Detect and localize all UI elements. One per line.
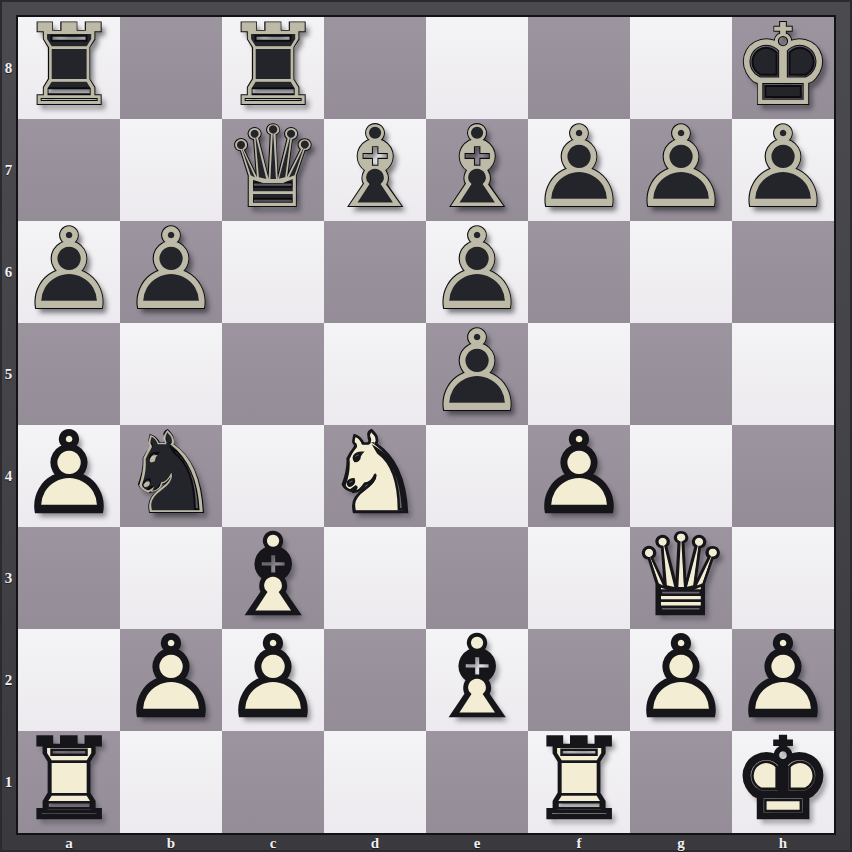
rank-label-8: 8: [0, 17, 17, 119]
piece-outline-glyph: ♗: [426, 626, 528, 728]
piece-black-pawn-g7[interactable]: ♟♙: [630, 119, 732, 221]
square-g2[interactable]: ♟♙: [630, 629, 732, 731]
square-d6[interactable]: [324, 221, 426, 323]
square-c5[interactable]: [222, 323, 324, 425]
piece-white-pawn-a4[interactable]: ♟♙: [18, 425, 120, 527]
piece-white-bishop-e2[interactable]: ♝♗: [426, 629, 528, 731]
square-a3[interactable]: [18, 527, 120, 629]
rank-label-4: 4: [0, 425, 17, 527]
file-label-b: b: [120, 834, 222, 852]
square-f7[interactable]: ♟♙: [528, 119, 630, 221]
piece-black-bishop-d7[interactable]: ♝♗: [324, 119, 426, 221]
square-d1[interactable]: [324, 731, 426, 833]
square-c6[interactable]: [222, 221, 324, 323]
square-b6[interactable]: ♟♙: [120, 221, 222, 323]
square-h6[interactable]: [732, 221, 834, 323]
square-a8[interactable]: ♜♖: [18, 17, 120, 119]
piece-outline-glyph: ♖: [18, 14, 120, 116]
square-b8[interactable]: [120, 17, 222, 119]
chess-board-frame: ♜♖♜♖♚♔♛♕♝♗♝♗♟♙♟♙♟♙♟♙♟♙♟♙♟♙♟♙♞♘♞♘♟♙♝♗♛♕♟♙…: [0, 0, 852, 852]
square-f4[interactable]: ♟♙: [528, 425, 630, 527]
square-d2[interactable]: [324, 629, 426, 731]
square-g5[interactable]: [630, 323, 732, 425]
square-h4[interactable]: [732, 425, 834, 527]
piece-black-queen-c7[interactable]: ♛♕: [222, 119, 324, 221]
piece-outline-glyph: ♙: [222, 626, 324, 728]
piece-black-knight-b4[interactable]: ♞♘: [120, 425, 222, 527]
square-e1[interactable]: [426, 731, 528, 833]
piece-outline-glyph: ♕: [630, 524, 732, 626]
piece-black-pawn-f7[interactable]: ♟♙: [528, 119, 630, 221]
square-h7[interactable]: ♟♙: [732, 119, 834, 221]
square-d7[interactable]: ♝♗: [324, 119, 426, 221]
rank-label-7: 7: [0, 119, 17, 221]
piece-white-pawn-c2[interactable]: ♟♙: [222, 629, 324, 731]
piece-white-knight-d4[interactable]: ♞♘: [324, 425, 426, 527]
piece-outline-glyph: ♙: [528, 422, 630, 524]
square-b2[interactable]: ♟♙: [120, 629, 222, 731]
piece-white-pawn-b2[interactable]: ♟♙: [120, 629, 222, 731]
piece-white-pawn-g2[interactable]: ♟♙: [630, 629, 732, 731]
piece-outline-glyph: ♙: [120, 626, 222, 728]
square-e5[interactable]: ♟♙: [426, 323, 528, 425]
square-d4[interactable]: ♞♘: [324, 425, 426, 527]
piece-white-king-h1[interactable]: ♚♔: [732, 731, 834, 833]
rank-label-2: 2: [0, 629, 17, 731]
chess-board: ♜♖♜♖♚♔♛♕♝♗♝♗♟♙♟♙♟♙♟♙♟♙♟♙♟♙♟♙♞♘♞♘♟♙♝♗♛♕♟♙…: [18, 17, 834, 833]
piece-outline-glyph: ♘: [120, 422, 222, 524]
piece-outline-glyph: ♙: [732, 626, 834, 728]
piece-outline-glyph: ♙: [426, 320, 528, 422]
piece-white-rook-f1[interactable]: ♜♖: [528, 731, 630, 833]
piece-outline-glyph: ♗: [324, 116, 426, 218]
rank-label-5: 5: [0, 323, 17, 425]
piece-outline-glyph: ♖: [222, 14, 324, 116]
rank-label-6: 6: [0, 221, 17, 323]
piece-outline-glyph: ♙: [120, 218, 222, 320]
piece-outline-glyph: ♙: [528, 116, 630, 218]
square-c1[interactable]: [222, 731, 324, 833]
piece-outline-glyph: ♕: [222, 116, 324, 218]
file-label-f: f: [528, 834, 630, 852]
square-f3[interactable]: [528, 527, 630, 629]
file-label-a: a: [18, 834, 120, 852]
piece-outline-glyph: ♙: [732, 116, 834, 218]
piece-white-pawn-f4[interactable]: ♟♙: [528, 425, 630, 527]
piece-outline-glyph: ♗: [426, 116, 528, 218]
piece-outline-glyph: ♖: [18, 728, 120, 830]
square-f6[interactable]: [528, 221, 630, 323]
square-e4[interactable]: [426, 425, 528, 527]
piece-outline-glyph: ♔: [732, 728, 834, 830]
square-h5[interactable]: [732, 323, 834, 425]
square-a4[interactable]: ♟♙: [18, 425, 120, 527]
piece-outline-glyph: ♙: [426, 218, 528, 320]
square-b4[interactable]: ♞♘: [120, 425, 222, 527]
square-c2[interactable]: ♟♙: [222, 629, 324, 731]
piece-black-pawn-a6[interactable]: ♟♙: [18, 221, 120, 323]
square-d3[interactable]: [324, 527, 426, 629]
piece-black-rook-a8[interactable]: ♜♖: [18, 17, 120, 119]
piece-white-rook-a1[interactable]: ♜♖: [18, 731, 120, 833]
piece-outline-glyph: ♘: [324, 422, 426, 524]
square-g6[interactable]: [630, 221, 732, 323]
file-label-g: g: [630, 834, 732, 852]
file-label-e: e: [426, 834, 528, 852]
piece-outline-glyph: ♙: [630, 116, 732, 218]
piece-black-pawn-b6[interactable]: ♟♙: [120, 221, 222, 323]
square-e2[interactable]: ♝♗: [426, 629, 528, 731]
piece-outline-glyph: ♙: [18, 218, 120, 320]
square-a1[interactable]: ♜♖: [18, 731, 120, 833]
rank-label-1: 1: [0, 731, 17, 833]
square-h1[interactable]: ♚♔: [732, 731, 834, 833]
square-g7[interactable]: ♟♙: [630, 119, 732, 221]
file-label-c: c: [222, 834, 324, 852]
square-b1[interactable]: [120, 731, 222, 833]
file-label-d: d: [324, 834, 426, 852]
piece-outline-glyph: ♗: [222, 524, 324, 626]
square-g1[interactable]: [630, 731, 732, 833]
piece-black-pawn-e5[interactable]: ♟♙: [426, 323, 528, 425]
square-a6[interactable]: ♟♙: [18, 221, 120, 323]
square-f1[interactable]: ♜♖: [528, 731, 630, 833]
piece-outline-glyph: ♔: [732, 14, 834, 116]
piece-black-pawn-h7[interactable]: ♟♙: [732, 119, 834, 221]
file-label-h: h: [732, 834, 834, 852]
piece-outline-glyph: ♖: [528, 728, 630, 830]
rank-label-3: 3: [0, 527, 17, 629]
piece-outline-glyph: ♙: [18, 422, 120, 524]
piece-outline-glyph: ♙: [630, 626, 732, 728]
square-c7[interactable]: ♛♕: [222, 119, 324, 221]
